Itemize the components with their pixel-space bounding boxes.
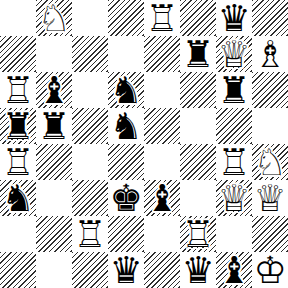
square-b2[interactable] [36,216,72,252]
square-d5[interactable]: ♞♞ [108,108,144,144]
square-b3[interactable] [36,180,72,216]
piece-glyph: ♛ [216,0,252,36]
square-b8[interactable]: ♞♘ [36,0,72,36]
square-d6[interactable]: ♞♞ [108,72,144,108]
square-b1[interactable] [36,252,72,288]
square-e5[interactable] [144,108,180,144]
square-f6[interactable] [180,72,216,108]
white-rook-f2[interactable]: ♜♖ [180,216,216,252]
square-a4[interactable]: ♜♖ [0,144,36,180]
black-knight-d5[interactable]: ♞♞ [108,108,144,144]
white-queen-g7[interactable]: ♛♕ [216,36,252,72]
square-g5[interactable] [216,108,252,144]
square-c5[interactable] [72,108,108,144]
piece-glyph: ♖ [216,144,252,180]
square-f5[interactable] [180,108,216,144]
square-d2[interactable] [108,216,144,252]
square-f4[interactable] [180,144,216,180]
square-h2[interactable] [252,216,288,252]
square-e6[interactable] [144,72,180,108]
white-rook-e8[interactable]: ♜♖ [144,0,180,36]
square-c4[interactable] [72,144,108,180]
piece-glyph: ♖ [144,0,180,36]
square-a2[interactable] [0,216,36,252]
square-g1[interactable]: ♝♝ [216,252,252,288]
square-c8[interactable] [72,0,108,36]
square-b5[interactable]: ♜♜ [36,108,72,144]
square-a3[interactable]: ♞♞ [0,180,36,216]
square-c6[interactable] [72,72,108,108]
square-a7[interactable] [0,36,36,72]
square-h5[interactable] [252,108,288,144]
black-bishop-g1[interactable]: ♝♝ [216,252,252,288]
black-rook-a5[interactable]: ♜♜ [0,108,36,144]
square-c7[interactable] [72,36,108,72]
square-e1[interactable] [144,252,180,288]
square-c2[interactable]: ♜♖ [72,216,108,252]
black-queen-g8[interactable]: ♛♛ [216,0,252,36]
square-h4[interactable]: ♞♘ [252,144,288,180]
piece-glyph: ♘ [252,144,288,180]
piece-glyph: ♜ [0,108,36,144]
square-e8[interactable]: ♜♖ [144,0,180,36]
piece-glyph: ♜ [216,72,252,108]
black-king-d3[interactable]: ♚♚ [108,180,144,216]
black-queen-d1[interactable]: ♛♛ [108,252,144,288]
square-d8[interactable] [108,0,144,36]
square-f1[interactable]: ♛♛ [180,252,216,288]
piece-glyph: ♖ [0,144,36,180]
white-rook-g4[interactable]: ♜♖ [216,144,252,180]
piece-glyph: ♝ [216,252,252,288]
white-queen-g3[interactable]: ♛♕ [216,180,252,216]
square-b7[interactable] [36,36,72,72]
black-knight-a3[interactable]: ♞♞ [0,180,36,216]
square-g6[interactable]: ♜♜ [216,72,252,108]
square-h3[interactable]: ♛♕ [252,180,288,216]
square-e3[interactable]: ♝♝ [144,180,180,216]
white-king-h1[interactable]: ♚♔ [252,252,288,288]
black-rook-f7[interactable]: ♜♜ [180,36,216,72]
square-f7[interactable]: ♜♜ [180,36,216,72]
black-rook-g6[interactable]: ♜♜ [216,72,252,108]
square-d3[interactable]: ♚♚ [108,180,144,216]
black-queen-f1[interactable]: ♛♛ [180,252,216,288]
piece-glyph: ♛ [108,252,144,288]
square-g3[interactable]: ♛♕ [216,180,252,216]
white-knight-b8[interactable]: ♞♘ [36,0,72,36]
square-e2[interactable] [144,216,180,252]
piece-glyph: ♝ [144,180,180,216]
black-bishop-b6[interactable]: ♝♝ [36,72,72,108]
piece-glyph: ♞ [0,180,36,216]
black-rook-b5[interactable]: ♜♜ [36,108,72,144]
square-g2[interactable] [216,216,252,252]
piece-glyph: ♕ [252,180,288,216]
square-d1[interactable]: ♛♛ [108,252,144,288]
chess-diagram: ♞♘♜♖♛♛♜♜♛♕♝♗♜♖♝♝♞♞♜♜♜♜♜♜♞♞♜♖♜♖♞♘♞♞♚♚♝♝♛♕… [0,0,288,288]
piece-glyph: ♖ [180,216,216,252]
white-knight-h4[interactable]: ♞♘ [252,144,288,180]
piece-glyph: ♖ [72,216,108,252]
square-d4[interactable] [108,144,144,180]
square-b4[interactable] [36,144,72,180]
square-a5[interactable]: ♜♜ [0,108,36,144]
square-h1[interactable]: ♚♔ [252,252,288,288]
square-a1[interactable] [0,252,36,288]
piece-glyph: ♜ [36,108,72,144]
black-knight-d6[interactable]: ♞♞ [108,72,144,108]
square-h6[interactable] [252,72,288,108]
piece-glyph: ♚ [108,180,144,216]
square-c3[interactable] [72,180,108,216]
white-queen-h3[interactable]: ♛♕ [252,180,288,216]
white-bishop-h7[interactable]: ♝♗ [252,36,288,72]
square-c1[interactable] [72,252,108,288]
square-f8[interactable] [180,0,216,36]
piece-glyph: ♘ [36,0,72,36]
piece-glyph: ♗ [252,36,288,72]
piece-glyph: ♕ [216,36,252,72]
square-a6[interactable]: ♜♖ [0,72,36,108]
piece-glyph: ♕ [216,180,252,216]
square-d7[interactable] [108,36,144,72]
white-rook-a4[interactable]: ♜♖ [0,144,36,180]
square-b6[interactable]: ♝♝ [36,72,72,108]
square-e4[interactable] [144,144,180,180]
square-f2[interactable]: ♜♖ [180,216,216,252]
square-h8[interactable] [252,0,288,36]
piece-glyph: ♝ [36,72,72,108]
piece-glyph: ♛ [180,252,216,288]
square-f3[interactable] [180,180,216,216]
square-g7[interactable]: ♛♕ [216,36,252,72]
piece-glyph: ♜ [180,36,216,72]
square-h7[interactable]: ♝♗ [252,36,288,72]
white-rook-c2[interactable]: ♜♖ [72,216,108,252]
piece-glyph: ♞ [108,72,144,108]
piece-glyph: ♔ [252,252,288,288]
square-g4[interactable]: ♜♖ [216,144,252,180]
piece-glyph: ♞ [108,108,144,144]
piece-glyph: ♖ [0,72,36,108]
black-bishop-e3[interactable]: ♝♝ [144,180,180,216]
chess-board: ♞♘♜♖♛♛♜♜♛♕♝♗♜♖♝♝♞♞♜♜♜♜♜♜♞♞♜♖♜♖♞♘♞♞♚♚♝♝♛♕… [0,0,288,288]
square-e7[interactable] [144,36,180,72]
white-rook-a6[interactable]: ♜♖ [0,72,36,108]
square-g8[interactable]: ♛♛ [216,0,252,36]
square-a8[interactable] [0,0,36,36]
